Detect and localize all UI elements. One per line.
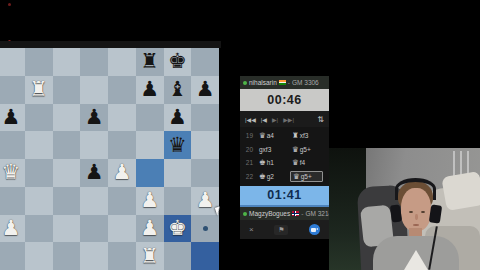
square-e8[interactable]: [108, 48, 136, 76]
step-back-button[interactable]: |◀: [261, 116, 267, 123]
online-indicator: [243, 81, 247, 85]
flag-report-icon[interactable]: ⚑: [274, 225, 288, 235]
square-g1[interactable]: [164, 242, 192, 270]
square-f7[interactable]: ♟: [136, 76, 164, 104]
square-a4[interactable]: ♛: [0, 159, 25, 187]
square-g2[interactable]: ♚: [164, 215, 192, 243]
white-Q-piece: ♛: [1, 162, 20, 183]
player-name-bottom: MagzyBogues: [249, 210, 290, 217]
square-d2[interactable]: [80, 215, 108, 243]
square-b3[interactable]: [25, 187, 53, 215]
player-bar-top: nihalsarin - GM 3306: [240, 76, 329, 89]
clock-bottom-active: 01:41: [240, 186, 329, 207]
square-e1[interactable]: [108, 242, 136, 270]
headphones-band-icon: [395, 178, 436, 200]
board-top-edge: [0, 41, 221, 48]
move-list[interactable]: 19♛a4♜xf320gxf3♛g5+21♚h1♛f422♚g2♛g5+: [240, 127, 329, 186]
person-nose: [415, 214, 418, 220]
person-eye: [409, 211, 413, 213]
square-a5[interactable]: [0, 131, 25, 159]
move-number: 20: [240, 146, 257, 153]
headphone-cup-left: [390, 204, 402, 222]
figurine-icon: ♚: [259, 158, 266, 167]
white-R-piece: ♜: [140, 246, 159, 267]
square-e4[interactable]: ♟: [108, 159, 136, 187]
square-h1[interactable]: [191, 242, 219, 270]
move-row: 19♛a4♜xf3: [240, 129, 329, 143]
flag-norway-icon: [292, 211, 299, 216]
move-22-white[interactable]: ♚g2: [257, 171, 290, 182]
square-a8[interactable]: [0, 48, 25, 76]
move-row: 20gxf3♛g5+: [240, 143, 329, 157]
sort-moves-icon[interactable]: ⇅: [317, 115, 324, 124]
square-b8[interactable]: [25, 48, 53, 76]
figurine-icon: ♛: [292, 158, 299, 167]
black-P-piece: ♟: [168, 107, 187, 128]
move-hint-dot: [203, 226, 208, 231]
figurine-icon: ♜: [292, 131, 299, 140]
square-b2[interactable]: [25, 215, 53, 243]
pillow: [441, 171, 480, 211]
square-e7[interactable]: [108, 76, 136, 104]
square-a1[interactable]: [0, 242, 25, 270]
square-h4[interactable]: [191, 159, 219, 187]
red-dot-artifact: [8, 3, 11, 6]
square-f1[interactable]: ♜: [136, 242, 164, 270]
camera-toggle-icon[interactable]: [309, 224, 320, 235]
square-f2[interactable]: ♟: [136, 215, 164, 243]
square-b7[interactable]: ♜: [25, 76, 53, 104]
square-h7[interactable]: ♟: [191, 76, 219, 104]
panel-footer-bar: × ⚑: [240, 220, 329, 239]
figurine-icon: ♛: [293, 172, 300, 181]
square-c5[interactable]: [53, 131, 81, 159]
white-P-piece: ♟: [1, 218, 20, 239]
move-20-white[interactable]: gxf3: [257, 144, 290, 155]
person-mouth: [413, 224, 419, 226]
figurine-icon: ♚: [259, 172, 266, 181]
square-e6[interactable]: [108, 104, 136, 132]
move-21-black[interactable]: ♛f4: [290, 157, 323, 168]
square-a7[interactable]: [0, 76, 25, 104]
player-name-top: nihalsarin: [249, 79, 277, 86]
square-d4[interactable]: ♟: [80, 159, 108, 187]
move-number: 22: [240, 173, 257, 180]
black-R-piece: ♜: [140, 51, 159, 72]
player-bar-bottom: MagzyBogues - GM 3214: [240, 207, 329, 220]
move-row: 21♚h1♛f4: [240, 156, 329, 170]
square-d7[interactable]: [80, 76, 108, 104]
black-P-piece: ♟: [85, 107, 104, 128]
white-P-piece: ♟: [196, 190, 215, 211]
black-Q-piece: ♛: [168, 135, 187, 156]
white-P-piece: ♟: [140, 218, 159, 239]
square-g3[interactable]: [164, 187, 192, 215]
move-text: gxf3: [259, 146, 271, 153]
white-R-piece: ♜: [29, 79, 48, 100]
flag-india-icon: [279, 80, 286, 85]
square-b1[interactable]: [25, 242, 53, 270]
square-c3[interactable]: [53, 187, 81, 215]
person-eye: [421, 211, 425, 213]
square-d3[interactable]: [80, 187, 108, 215]
move-text: xf3: [300, 132, 309, 139]
black-P-piece: ♟: [85, 162, 104, 183]
square-c7[interactable]: [53, 76, 81, 104]
white-P-piece: ♟: [140, 190, 159, 211]
separator: -: [288, 79, 290, 86]
square-f4[interactable]: [136, 159, 164, 187]
move-text: g5+: [300, 146, 311, 153]
close-icon[interactable]: ×: [249, 225, 254, 234]
player-rating-top: GM 3306: [292, 79, 319, 86]
square-f8[interactable]: ♜: [136, 48, 164, 76]
white-P-piece: ♟: [112, 162, 131, 183]
go-to-start-button[interactable]: |◀◀: [245, 116, 256, 123]
square-h6[interactable]: [191, 104, 219, 132]
square-g4[interactable]: [164, 159, 192, 187]
square-f6[interactable]: [136, 104, 164, 132]
square-f3[interactable]: ♟: [136, 187, 164, 215]
move-number: 21: [240, 159, 257, 166]
square-c6[interactable]: [53, 104, 81, 132]
square-a2[interactable]: ♟: [0, 215, 25, 243]
square-b6[interactable]: [25, 104, 53, 132]
move-21-white[interactable]: ♚h1: [257, 157, 290, 168]
go-to-end-button[interactable]: ▶▶|: [283, 116, 294, 123]
black-B-piece: ♝: [168, 79, 187, 100]
square-f5[interactable]: [136, 131, 164, 159]
move-nav-bar: |◀◀ |◀ ▶| ▶▶| ⇅: [240, 111, 329, 127]
square-a6[interactable]: ♟: [0, 104, 25, 132]
square-c8[interactable]: [53, 48, 81, 76]
chess-board[interactable]: ♜♚♜♟♝♟♟♟♟♛♛♟♟♟♟♟♟♚♜: [0, 48, 219, 270]
square-a3[interactable]: [0, 187, 25, 215]
square-e2[interactable]: [108, 215, 136, 243]
webcam-feed: [329, 148, 480, 270]
move-row: 22♚g2♛g5+: [240, 170, 329, 184]
square-c1[interactable]: [53, 242, 81, 270]
square-d8[interactable]: [80, 48, 108, 76]
clock-top: 00:46: [240, 89, 329, 111]
move-text: f4: [300, 159, 305, 166]
square-g5[interactable]: ♛: [164, 131, 192, 159]
square-h8[interactable]: [191, 48, 219, 76]
square-h2[interactable]: [191, 215, 219, 243]
move-20-black[interactable]: ♛g5+: [290, 144, 323, 155]
separator: -: [301, 210, 303, 217]
step-forward-button[interactable]: ▶|: [272, 116, 278, 123]
black-K-piece: ♚: [168, 51, 187, 72]
square-d6[interactable]: ♟: [80, 104, 108, 132]
player-rating-bottom: GM 3214: [305, 210, 329, 217]
mouse-cursor: [215, 206, 222, 215]
move-text: g5+: [301, 173, 312, 180]
move-19-white[interactable]: ♛a4: [257, 130, 290, 141]
square-d5[interactable]: [80, 131, 108, 159]
white-K-piece: ♚: [168, 218, 187, 239]
figurine-icon: ♛: [259, 131, 266, 140]
square-b5[interactable]: [25, 131, 53, 159]
square-e3[interactable]: [108, 187, 136, 215]
square-g6[interactable]: ♟: [164, 104, 192, 132]
move-text: a4: [267, 132, 274, 139]
move-number: 19: [240, 132, 257, 139]
figurine-icon: ♛: [292, 145, 299, 154]
square-c4[interactable]: [53, 159, 81, 187]
move-22-black[interactable]: ♛g5+: [290, 171, 323, 182]
move-19-black[interactable]: ♜xf3: [290, 130, 323, 141]
move-text: g2: [267, 173, 274, 180]
square-g8[interactable]: ♚: [164, 48, 192, 76]
move-text: h1: [267, 159, 274, 166]
black-P-piece: ♟: [1, 107, 20, 128]
square-g7[interactable]: ♝: [164, 76, 192, 104]
square-e5[interactable]: [108, 131, 136, 159]
online-indicator: [243, 212, 247, 216]
black-P-piece: ♟: [140, 79, 159, 100]
black-P-piece: ♟: [196, 79, 215, 100]
square-h5[interactable]: [191, 131, 219, 159]
square-b4[interactable]: [25, 159, 53, 187]
square-d1[interactable]: [80, 242, 108, 270]
stream-screenshot: ♜♚♜♟♝♟♟♟♟♛♛♟♟♟♟♟♟♚♜ nihalsarin - GM 3306…: [0, 0, 480, 270]
square-c2[interactable]: [53, 215, 81, 243]
